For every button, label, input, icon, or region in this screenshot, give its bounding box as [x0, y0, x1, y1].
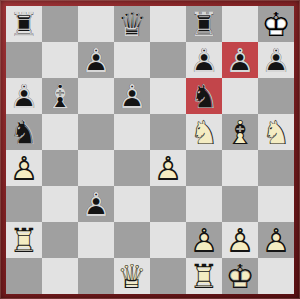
square-h3[interactable] [258, 186, 294, 222]
piece-black-pawn-f7[interactable]: ♟♙ [186, 42, 222, 78]
white-queen-outline-icon: ♕ [114, 258, 150, 294]
square-f5[interactable]: ♞♘ [186, 114, 222, 150]
square-a3[interactable] [6, 186, 42, 222]
square-f3[interactable] [186, 186, 222, 222]
square-d6[interactable]: ♟♙ [114, 78, 150, 114]
piece-white-pawn-e4[interactable]: ♟♙ [150, 150, 186, 186]
square-e2[interactable] [150, 222, 186, 258]
square-h4[interactable] [258, 150, 294, 186]
black-rook-outline-icon: ♖ [186, 6, 222, 42]
square-h6[interactable] [258, 78, 294, 114]
square-b1[interactable] [42, 258, 78, 294]
white-bishop-outline-icon: ♗ [222, 114, 258, 150]
black-pawn-outline-icon: ♙ [114, 78, 150, 114]
square-b3[interactable] [42, 186, 78, 222]
square-e8[interactable] [150, 6, 186, 42]
black-knight-outline-icon: ♘ [186, 78, 222, 114]
piece-white-king-g1[interactable]: ♚♔ [222, 258, 258, 294]
square-h2[interactable]: ♟♙ [258, 222, 294, 258]
square-a4[interactable]: ♟♙ [6, 150, 42, 186]
square-h1[interactable] [258, 258, 294, 294]
black-king-outline-icon: ♔ [258, 6, 294, 42]
square-g8[interactable] [222, 6, 258, 42]
square-a6[interactable]: ♟♙ [6, 78, 42, 114]
piece-white-pawn-f2[interactable]: ♟♙ [186, 222, 222, 258]
white-pawn-outline-icon: ♙ [6, 150, 42, 186]
chess-board: ♜♖♛♕♜♖♚♔♟♙♟♙♟♙♟♙♟♙♝♗♟♙♞♘♞♘♞♘♝♗♞♘♟♙♟♙♟♙♜♖… [6, 6, 294, 294]
square-f2[interactable]: ♟♙ [186, 222, 222, 258]
black-pawn-outline-icon: ♙ [78, 42, 114, 78]
square-e4[interactable]: ♟♙ [150, 150, 186, 186]
square-c7[interactable]: ♟♙ [78, 42, 114, 78]
square-b2[interactable] [42, 222, 78, 258]
white-knight-outline-icon: ♘ [258, 114, 294, 150]
black-bishop-outline-icon: ♗ [42, 78, 78, 114]
piece-white-pawn-g2[interactable]: ♟♙ [222, 222, 258, 258]
black-pawn-outline-icon: ♙ [6, 78, 42, 114]
piece-white-knight-h5[interactable]: ♞♘ [258, 114, 294, 150]
square-c2[interactable] [78, 222, 114, 258]
piece-black-pawn-c7[interactable]: ♟♙ [78, 42, 114, 78]
white-pawn-outline-icon: ♙ [222, 222, 258, 258]
piece-white-pawn-a4[interactable]: ♟♙ [6, 150, 42, 186]
piece-white-queen-d1[interactable]: ♛♕ [114, 258, 150, 294]
square-d1[interactable]: ♛♕ [114, 258, 150, 294]
square-b5[interactable] [42, 114, 78, 150]
square-b8[interactable] [42, 6, 78, 42]
white-knight-outline-icon: ♘ [186, 114, 222, 150]
square-f6[interactable]: ♞♘ [186, 78, 222, 114]
square-h8[interactable]: ♚♔ [258, 6, 294, 42]
piece-black-rook-f8[interactable]: ♜♖ [186, 6, 222, 42]
square-a5[interactable]: ♞♘ [6, 114, 42, 150]
square-e7[interactable] [150, 42, 186, 78]
piece-black-rook-a8[interactable]: ♜♖ [6, 6, 42, 42]
square-b7[interactable] [42, 42, 78, 78]
square-a1[interactable] [6, 258, 42, 294]
square-g1[interactable]: ♚♔ [222, 258, 258, 294]
square-h5[interactable]: ♞♘ [258, 114, 294, 150]
piece-white-bishop-g5[interactable]: ♝♗ [222, 114, 258, 150]
piece-black-pawn-h7[interactable]: ♟♙ [258, 42, 294, 78]
piece-black-pawn-c3[interactable]: ♟♙ [78, 186, 114, 222]
white-pawn-outline-icon: ♙ [186, 222, 222, 258]
piece-black-pawn-g7[interactable]: ♟♙ [222, 42, 258, 78]
piece-white-pawn-h2[interactable]: ♟♙ [258, 222, 294, 258]
square-c8[interactable] [78, 6, 114, 42]
square-b6[interactable]: ♝♗ [42, 78, 78, 114]
piece-white-rook-a2[interactable]: ♜♖ [6, 222, 42, 258]
piece-black-king-h8[interactable]: ♚♔ [258, 6, 294, 42]
white-pawn-outline-icon: ♙ [150, 150, 186, 186]
square-a7[interactable] [6, 42, 42, 78]
square-a2[interactable]: ♜♖ [6, 222, 42, 258]
square-g6[interactable] [222, 78, 258, 114]
square-a8[interactable]: ♜♖ [6, 6, 42, 42]
square-d4[interactable] [114, 150, 150, 186]
square-d5[interactable] [114, 114, 150, 150]
square-g3[interactable] [222, 186, 258, 222]
piece-black-pawn-a6[interactable]: ♟♙ [6, 78, 42, 114]
piece-black-knight-f6[interactable]: ♞♘ [186, 78, 222, 114]
white-pawn-outline-icon: ♙ [258, 222, 294, 258]
square-c6[interactable] [78, 78, 114, 114]
white-rook-outline-icon: ♖ [6, 222, 42, 258]
board-frame: ♜♖♛♕♜♖♚♔♟♙♟♙♟♙♟♙♟♙♝♗♟♙♞♘♞♘♞♘♝♗♞♘♟♙♟♙♟♙♜♖… [0, 0, 300, 299]
piece-black-knight-a5[interactable]: ♞♘ [6, 114, 42, 150]
square-e5[interactable] [150, 114, 186, 150]
black-pawn-outline-icon: ♙ [78, 186, 114, 222]
square-f4[interactable] [186, 150, 222, 186]
black-rook-outline-icon: ♖ [6, 6, 42, 42]
square-f8[interactable]: ♜♖ [186, 6, 222, 42]
square-d8[interactable]: ♛♕ [114, 6, 150, 42]
white-king-outline-icon: ♔ [222, 258, 258, 294]
piece-white-rook-f1[interactable]: ♜♖ [186, 258, 222, 294]
square-e3[interactable] [150, 186, 186, 222]
square-d2[interactable] [114, 222, 150, 258]
square-c3[interactable]: ♟♙ [78, 186, 114, 222]
black-pawn-outline-icon: ♙ [222, 42, 258, 78]
square-c5[interactable] [78, 114, 114, 150]
square-g4[interactable] [222, 150, 258, 186]
piece-black-pawn-d6[interactable]: ♟♙ [114, 78, 150, 114]
square-b4[interactable] [42, 150, 78, 186]
square-g2[interactable]: ♟♙ [222, 222, 258, 258]
square-f1[interactable]: ♜♖ [186, 258, 222, 294]
black-queen-outline-icon: ♕ [114, 6, 150, 42]
black-pawn-outline-icon: ♙ [258, 42, 294, 78]
white-rook-outline-icon: ♖ [186, 258, 222, 294]
piece-black-queen-d8[interactable]: ♛♕ [114, 6, 150, 42]
square-e1[interactable] [150, 258, 186, 294]
square-c4[interactable] [78, 150, 114, 186]
square-g5[interactable]: ♝♗ [222, 114, 258, 150]
black-pawn-outline-icon: ♙ [186, 42, 222, 78]
square-g7[interactable]: ♟♙ [222, 42, 258, 78]
piece-black-bishop-b6[interactable]: ♝♗ [42, 78, 78, 114]
black-knight-outline-icon: ♘ [6, 114, 42, 150]
piece-white-knight-f5[interactable]: ♞♘ [186, 114, 222, 150]
square-d7[interactable] [114, 42, 150, 78]
square-c1[interactable] [78, 258, 114, 294]
square-h7[interactable]: ♟♙ [258, 42, 294, 78]
square-e6[interactable] [150, 78, 186, 114]
chess-board-window: ♜♖♛♕♜♖♚♔♟♙♟♙♟♙♟♙♟♙♝♗♟♙♞♘♞♘♞♘♝♗♞♘♟♙♟♙♟♙♜♖… [0, 0, 300, 299]
square-d3[interactable] [114, 186, 150, 222]
square-f7[interactable]: ♟♙ [186, 42, 222, 78]
